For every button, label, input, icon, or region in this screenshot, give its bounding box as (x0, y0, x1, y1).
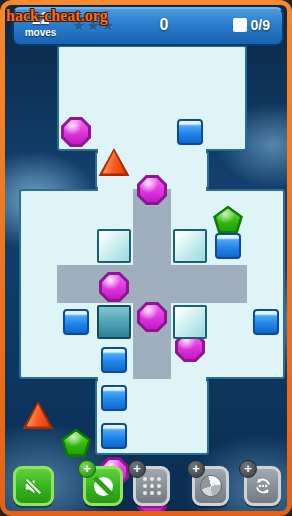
piece-octagon[interactable] (137, 175, 167, 205)
add-booster-badge[interactable]: + (128, 460, 146, 478)
board (5, 5, 287, 511)
piece-square[interactable] (101, 347, 127, 373)
piece-square[interactable] (253, 309, 279, 335)
piece-pentagon[interactable] (61, 429, 91, 458)
gray-cell (209, 265, 247, 303)
phone-frame: 12 moves ★ ★ ★ 0 0/9 hack-cheat.org (0, 0, 292, 516)
piece-square[interactable] (101, 423, 127, 449)
piece-square[interactable] (177, 119, 203, 145)
piece-octagon[interactable] (99, 272, 129, 302)
piece-ice[interactable] (173, 305, 207, 339)
piece-ice[interactable] (173, 229, 207, 263)
booster-dot-grid-button[interactable]: + (133, 466, 170, 506)
gray-cell (133, 341, 171, 379)
gray-cell (133, 227, 171, 265)
score-value: 0 (134, 16, 194, 34)
goal-square-icon (233, 18, 247, 32)
goal-counter: 0/9 (233, 17, 270, 33)
piece-triangle[interactable] (23, 401, 54, 429)
piece-ice-dark[interactable] (97, 305, 131, 339)
piece-square[interactable] (63, 309, 89, 335)
add-booster-badge[interactable]: + (78, 460, 96, 478)
booster-ban-button[interactable]: + (83, 466, 123, 506)
piece-ice[interactable] (97, 229, 131, 263)
gray-cell (171, 265, 209, 303)
muted-speaker-icon (16, 469, 51, 503)
gray-cell (133, 265, 171, 303)
game-screen: 12 moves ★ ★ ★ 0 0/9 hack-cheat.org (5, 5, 287, 511)
add-booster-badge[interactable]: + (187, 460, 205, 478)
mute-button[interactable] (13, 466, 54, 506)
piece-octagon[interactable] (61, 117, 91, 147)
moves-label: moves (18, 28, 63, 38)
booster-pie-button[interactable]: + (192, 466, 229, 506)
piece-square[interactable] (101, 385, 127, 411)
piece-octagon[interactable] (137, 302, 167, 332)
booster-shuffle-button[interactable]: + (244, 466, 281, 506)
add-booster-badge[interactable]: + (239, 460, 257, 478)
piece-square[interactable] (215, 233, 241, 259)
watermark-text: hack-cheat.org (6, 7, 108, 25)
goal-progress: 0/9 (251, 17, 270, 33)
gray-cell (57, 265, 95, 303)
